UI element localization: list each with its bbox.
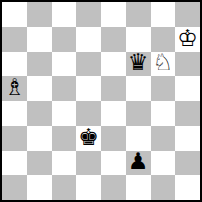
white-king[interactable]: ♔ xyxy=(177,27,198,50)
black-king[interactable]: ♚ xyxy=(78,126,99,149)
square-d3[interactable]: ♚ xyxy=(76,126,101,151)
square-f5[interactable] xyxy=(126,76,151,101)
square-b5[interactable] xyxy=(27,76,52,101)
square-f7[interactable] xyxy=(126,27,151,52)
square-e8[interactable] xyxy=(101,2,126,27)
black-queen[interactable]: ♛ xyxy=(128,51,149,74)
square-e1[interactable] xyxy=(101,175,126,200)
square-h4[interactable] xyxy=(175,101,200,126)
square-b4[interactable] xyxy=(27,101,52,126)
square-h6[interactable] xyxy=(175,52,200,77)
square-a3[interactable] xyxy=(2,126,27,151)
square-d6[interactable] xyxy=(76,52,101,77)
chess-board: ♔♛♘♗♚♟ xyxy=(2,2,200,200)
square-b7[interactable] xyxy=(27,27,52,52)
square-b8[interactable] xyxy=(27,2,52,27)
square-d5[interactable] xyxy=(76,76,101,101)
square-h1[interactable] xyxy=(175,175,200,200)
square-e7[interactable] xyxy=(101,27,126,52)
square-d1[interactable] xyxy=(76,175,101,200)
square-b2[interactable] xyxy=(27,151,52,176)
square-g7[interactable] xyxy=(151,27,176,52)
square-a5[interactable]: ♗ xyxy=(2,76,27,101)
square-h8[interactable] xyxy=(175,2,200,27)
square-h2[interactable] xyxy=(175,151,200,176)
square-b1[interactable] xyxy=(27,175,52,200)
square-a2[interactable] xyxy=(2,151,27,176)
square-d8[interactable] xyxy=(76,2,101,27)
square-a4[interactable] xyxy=(2,101,27,126)
square-c7[interactable] xyxy=(52,27,77,52)
square-e6[interactable] xyxy=(101,52,126,77)
square-c4[interactable] xyxy=(52,101,77,126)
square-h7[interactable]: ♔ xyxy=(175,27,200,52)
chess-board-frame: ♔♛♘♗♚♟ xyxy=(0,0,202,202)
square-a1[interactable] xyxy=(2,175,27,200)
square-b6[interactable] xyxy=(27,52,52,77)
square-g5[interactable] xyxy=(151,76,176,101)
white-knight[interactable]: ♘ xyxy=(153,51,174,74)
square-f2[interactable]: ♟ xyxy=(126,151,151,176)
square-c8[interactable] xyxy=(52,2,77,27)
square-c3[interactable] xyxy=(52,126,77,151)
square-d7[interactable] xyxy=(76,27,101,52)
square-g6[interactable]: ♘ xyxy=(151,52,176,77)
square-g2[interactable] xyxy=(151,151,176,176)
square-e4[interactable] xyxy=(101,101,126,126)
square-a6[interactable] xyxy=(2,52,27,77)
square-c1[interactable] xyxy=(52,175,77,200)
square-g1[interactable] xyxy=(151,175,176,200)
white-bishop[interactable]: ♗ xyxy=(4,76,25,99)
square-e2[interactable] xyxy=(101,151,126,176)
square-f4[interactable] xyxy=(126,101,151,126)
square-h5[interactable] xyxy=(175,76,200,101)
square-e5[interactable] xyxy=(101,76,126,101)
square-d2[interactable] xyxy=(76,151,101,176)
square-f3[interactable] xyxy=(126,126,151,151)
square-g3[interactable] xyxy=(151,126,176,151)
square-f8[interactable] xyxy=(126,2,151,27)
square-g8[interactable] xyxy=(151,2,176,27)
square-a8[interactable] xyxy=(2,2,27,27)
black-pawn[interactable]: ♟ xyxy=(128,150,149,173)
square-f6[interactable]: ♛ xyxy=(126,52,151,77)
square-e3[interactable] xyxy=(101,126,126,151)
square-b3[interactable] xyxy=(27,126,52,151)
square-g4[interactable] xyxy=(151,101,176,126)
square-c5[interactable] xyxy=(52,76,77,101)
square-f1[interactable] xyxy=(126,175,151,200)
square-a7[interactable] xyxy=(2,27,27,52)
square-d4[interactable] xyxy=(76,101,101,126)
square-c2[interactable] xyxy=(52,151,77,176)
square-c6[interactable] xyxy=(52,52,77,77)
square-h3[interactable] xyxy=(175,126,200,151)
